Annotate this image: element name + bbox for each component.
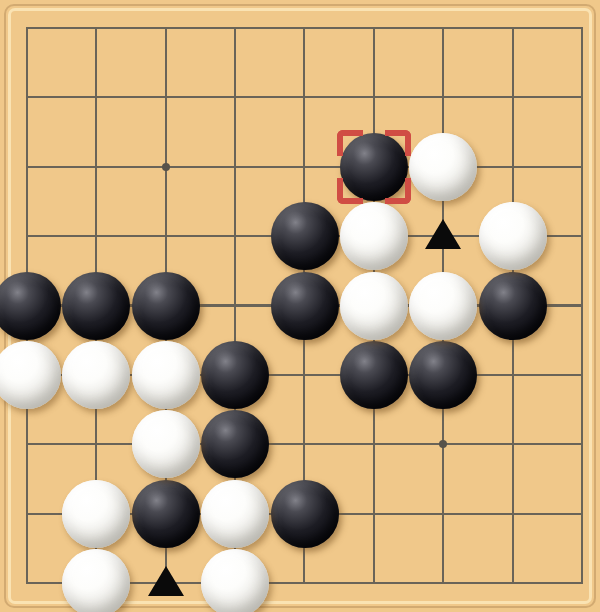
white-stone[interactable]: ○ bbox=[62, 341, 130, 409]
black-stone[interactable]: ● bbox=[0, 272, 61, 340]
black-stone[interactable]: ● bbox=[201, 341, 269, 409]
last-move-marker-corner bbox=[385, 130, 411, 156]
black-stone[interactable]: ● bbox=[271, 202, 339, 270]
white-stone[interactable]: ○ bbox=[479, 202, 547, 270]
black-stone[interactable]: ● bbox=[201, 410, 269, 478]
white-stone[interactable]: ○ bbox=[201, 549, 269, 612]
black-stone[interactable]: ● bbox=[132, 480, 200, 548]
black-stone[interactable]: ● bbox=[340, 341, 408, 409]
last-move-marker-corner bbox=[337, 178, 363, 204]
white-stone[interactable]: ○ bbox=[0, 341, 61, 409]
triangle-mark bbox=[425, 219, 461, 249]
white-stone[interactable]: ○ bbox=[340, 202, 408, 270]
black-stone[interactable]: ● bbox=[132, 272, 200, 340]
white-stone[interactable]: ○ bbox=[409, 272, 477, 340]
black-stone[interactable]: ● bbox=[271, 480, 339, 548]
last-move-marker-corner bbox=[385, 178, 411, 204]
white-stone[interactable]: ○ bbox=[62, 480, 130, 548]
white-stone[interactable]: ○ bbox=[62, 549, 130, 612]
black-stone[interactable]: ● bbox=[409, 341, 477, 409]
board-intersections[interactable]: ●●●●●●●●●●●●●○○○○○○○○○○○○○ bbox=[0, 0, 600, 612]
star-point bbox=[162, 163, 170, 171]
white-stone[interactable]: ○ bbox=[409, 133, 477, 201]
black-stone[interactable]: ● bbox=[479, 272, 547, 340]
white-stone[interactable]: ○ bbox=[340, 272, 408, 340]
white-stone[interactable]: ○ bbox=[132, 341, 200, 409]
last-move-marker bbox=[337, 130, 411, 204]
black-stone[interactable]: ● bbox=[62, 272, 130, 340]
white-stone[interactable]: ○ bbox=[201, 480, 269, 548]
triangle-mark bbox=[148, 566, 184, 596]
last-move-marker-corner bbox=[337, 130, 363, 156]
white-stone[interactable]: ○ bbox=[132, 410, 200, 478]
go-board[interactable]: ●●●●●●●●●●●●●○○○○○○○○○○○○○ bbox=[0, 0, 600, 612]
star-point bbox=[439, 440, 447, 448]
black-stone[interactable]: ● bbox=[271, 272, 339, 340]
